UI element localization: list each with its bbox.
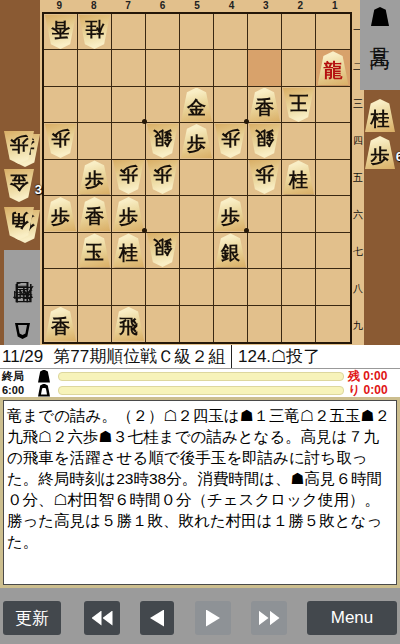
- square-6一[interactable]: [146, 14, 180, 50]
- square-9六[interactable]: 歩: [44, 196, 78, 232]
- file-label-1: 1: [318, 0, 352, 12]
- square-4七[interactable]: 銀: [214, 233, 248, 269]
- piece-glyph: 歩: [119, 207, 138, 226]
- square-2八[interactable]: [282, 269, 316, 305]
- piece-銀: 銀: [147, 124, 178, 158]
- piece-香: 香: [249, 88, 280, 122]
- file-label-7: 7: [111, 0, 145, 12]
- current-move: 124.☖投了: [238, 345, 320, 368]
- hand-count: 6: [396, 149, 400, 164]
- fast-forward-icon: [259, 611, 280, 626]
- gote-time-remaining: り 0:00: [348, 382, 400, 399]
- rank-label-七: 七: [352, 245, 364, 259]
- piece-glyph: 桂: [289, 170, 308, 189]
- square-3五[interactable]: 歩: [248, 160, 282, 196]
- piece-glyph: 歩: [221, 129, 240, 148]
- piece-glyph: 角: [10, 212, 29, 231]
- square-7六[interactable]: 歩: [112, 196, 146, 232]
- square-6九[interactable]: [146, 306, 180, 342]
- piece-glyph: 歩: [51, 129, 70, 148]
- fast-forward-button[interactable]: [251, 601, 287, 635]
- clock-section: 終局 残 0:00 6:00 り 0:00: [0, 369, 400, 397]
- hand-piece-歩: 歩歩: [3, 131, 39, 164]
- piece-glyph: 歩: [85, 170, 104, 189]
- square-5四[interactable]: 歩: [180, 123, 214, 159]
- piece-glyph: 金: [10, 174, 29, 193]
- gote-clock-row: 6:00 り 0:00: [0, 383, 400, 397]
- sente-time-bar: [58, 372, 344, 381]
- piece-glyph: 銀: [221, 243, 240, 262]
- piece-金: 金: [4, 169, 34, 202]
- square-3九[interactable]: [248, 306, 282, 342]
- hand-piece-金: 金3: [3, 169, 39, 202]
- piece-glyph: 香: [255, 98, 274, 117]
- square-1二[interactable]: 龍: [316, 50, 350, 86]
- piece-歩: 歩: [45, 124, 76, 158]
- square-7四[interactable]: [112, 123, 146, 159]
- piece-glyph: 香: [51, 20, 70, 39]
- game-info-left: 11/29 第77期順位戦Ｃ級２組: [0, 345, 232, 368]
- piece-glyph: 銀: [153, 129, 172, 148]
- square-3一[interactable]: [248, 14, 282, 50]
- gote-name-plate: 村田智: [4, 250, 40, 345]
- rank-label-九: 九: [352, 319, 364, 333]
- piece-歩: 歩: [113, 160, 144, 194]
- square-2七[interactable]: [282, 233, 316, 269]
- square-6七[interactable]: 銀: [146, 233, 180, 269]
- piece-桂: 桂: [113, 233, 144, 267]
- piece-歩: 歩: [113, 197, 144, 231]
- shogi-app: 987654321 一二三四五六七八九 香桂龍金香王歩銀歩歩銀歩歩歩歩桂歩香歩歩…: [0, 0, 400, 644]
- game-info-bar: 11/29 第77期順位戦Ｃ級２組 124.☖投了: [0, 345, 400, 369]
- square-4八[interactable]: [214, 269, 248, 305]
- hoshi-dot: [244, 119, 249, 124]
- piece-銀: 銀: [147, 233, 178, 267]
- piece-飛: 飛: [113, 307, 144, 341]
- square-7八[interactable]: [112, 269, 146, 305]
- gote-name: 村田智: [12, 317, 33, 320]
- square-2四[interactable]: [282, 123, 316, 159]
- file-label-6: 6: [145, 0, 179, 12]
- next-button[interactable]: [195, 601, 231, 635]
- gote-clock-label: 6:00: [0, 384, 34, 396]
- square-8四[interactable]: [78, 123, 112, 159]
- shogi-grid: 香桂龍金香王歩銀歩歩銀歩歩歩歩桂歩香歩歩玉桂銀銀香飛: [42, 12, 352, 344]
- game-date: 11/29: [2, 347, 43, 367]
- square-7七[interactable]: 桂: [112, 233, 146, 269]
- square-9三[interactable]: [44, 87, 78, 123]
- square-7九[interactable]: 飛: [112, 306, 146, 342]
- piece-glyph: 桂: [371, 109, 390, 128]
- file-label-5: 5: [180, 0, 214, 12]
- rewind-button[interactable]: [84, 601, 120, 635]
- square-1八[interactable]: [316, 269, 350, 305]
- square-3二[interactable]: [248, 50, 282, 86]
- piece-歩: 歩: [45, 197, 76, 231]
- square-5一[interactable]: [180, 14, 214, 50]
- square-2九[interactable]: [282, 306, 316, 342]
- sente-clock-label: 終局: [0, 369, 34, 384]
- square-6四[interactable]: 銀: [146, 123, 180, 159]
- square-1六[interactable]: [316, 196, 350, 232]
- file-labels: 987654321: [42, 0, 352, 12]
- right-triangle-icon: [270, 611, 280, 626]
- piece-glyph: 銀: [255, 129, 274, 148]
- hoshi-dot: [142, 228, 147, 233]
- piece-glyph: 桂: [85, 20, 104, 39]
- hand-count: 3: [35, 182, 42, 197]
- square-4二[interactable]: [214, 50, 248, 86]
- square-5八[interactable]: [180, 269, 214, 305]
- square-7三[interactable]: [112, 87, 146, 123]
- rank-label-八: 八: [352, 282, 364, 296]
- square-5三[interactable]: 金: [180, 87, 214, 123]
- piece-glyph: 歩: [119, 165, 138, 184]
- piece-glyph: 桂: [119, 243, 138, 262]
- piece-glyph: 香: [85, 207, 104, 226]
- prev-button[interactable]: [140, 601, 174, 635]
- piece-glyph: 歩: [371, 146, 390, 165]
- square-8三[interactable]: [78, 87, 112, 123]
- square-7二[interactable]: [112, 50, 146, 86]
- sente-name: 高見: [370, 30, 391, 32]
- piece-歩: 歩: [215, 197, 246, 231]
- piece-桂: 桂: [365, 99, 395, 132]
- gote-time-bar: [58, 386, 344, 395]
- piece-歩: 歩: [181, 124, 212, 158]
- piece-香: 香: [79, 197, 110, 231]
- piece-銀: 銀: [215, 233, 246, 267]
- piece-glyph: 龍: [324, 61, 343, 80]
- piece-glyph: 歩: [10, 136, 29, 155]
- sente-hand: 桂歩6: [364, 99, 400, 169]
- left-triangle-icon: [150, 610, 164, 627]
- left-triangle-icon: [103, 611, 113, 626]
- menu-button[interactable]: Menu: [307, 601, 397, 635]
- square-7一[interactable]: [112, 14, 146, 50]
- square-9二[interactable]: [44, 50, 78, 86]
- square-4三[interactable]: [214, 87, 248, 123]
- square-1九[interactable]: [316, 306, 350, 342]
- hand-piece-角: 角角: [3, 207, 39, 240]
- right-triangle-icon: [206, 610, 220, 627]
- square-4六[interactable]: 歩: [214, 196, 248, 232]
- left-triangle-icon: [92, 611, 102, 626]
- square-2三[interactable]: 王: [282, 87, 316, 123]
- square-1七[interactable]: [316, 233, 350, 269]
- piece-glyph: 香: [51, 317, 70, 336]
- piece-glyph: 王: [289, 93, 308, 112]
- toolbar: 更新Menu: [0, 588, 400, 644]
- square-5九[interactable]: [180, 306, 214, 342]
- square-5六[interactable]: [180, 196, 214, 232]
- square-3四[interactable]: 銀: [248, 123, 282, 159]
- sente-name-plate: 高見: [360, 0, 400, 90]
- square-8六[interactable]: 香: [78, 196, 112, 232]
- square-2五[interactable]: 桂: [282, 160, 316, 196]
- square-9八[interactable]: [44, 269, 78, 305]
- gote-mark-icon: [15, 323, 30, 339]
- piece-歩: 歩: [147, 160, 178, 194]
- file-label-3: 3: [249, 0, 283, 12]
- square-4一[interactable]: [214, 14, 248, 50]
- board-area: 987654321 一二三四五六七八九 香桂龍金香王歩銀歩歩銀歩歩歩歩桂歩香歩歩…: [0, 0, 400, 345]
- file-label-2: 2: [283, 0, 317, 12]
- square-7五[interactable]: 歩: [112, 160, 146, 196]
- square-9九[interactable]: 香: [44, 306, 78, 342]
- square-3八[interactable]: [248, 269, 282, 305]
- sente-mark-icon: [371, 7, 389, 26]
- piece-桂: 桂: [79, 15, 110, 49]
- square-4九[interactable]: [214, 306, 248, 342]
- rank-label-四: 四: [352, 134, 364, 148]
- piece-香: 香: [45, 15, 76, 49]
- piece-金: 金: [181, 88, 212, 122]
- square-8七[interactable]: 玉: [78, 233, 112, 269]
- piece-glyph: 金: [187, 98, 206, 117]
- piece-glyph: 玉: [85, 243, 104, 262]
- square-3六[interactable]: [248, 196, 282, 232]
- piece-glyph: 歩: [187, 134, 206, 153]
- hoshi-dot: [142, 119, 147, 124]
- square-1四[interactable]: [316, 123, 350, 159]
- piece-王: 王: [283, 88, 314, 122]
- file-label-9: 9: [42, 0, 76, 12]
- square-9四[interactable]: 歩: [44, 123, 78, 159]
- square-2一[interactable]: [282, 14, 316, 50]
- square-9五[interactable]: [44, 160, 78, 196]
- square-8八[interactable]: [78, 269, 112, 305]
- hand-piece-歩: 歩6: [364, 136, 400, 169]
- square-6八[interactable]: [146, 269, 180, 305]
- square-8九[interactable]: [78, 306, 112, 342]
- square-1一[interactable]: [316, 14, 350, 50]
- piece-glyph: 歩: [255, 165, 274, 184]
- square-5五[interactable]: [180, 160, 214, 196]
- file-label-4: 4: [214, 0, 248, 12]
- commentary-section: 竜までの詰み。（２）☖２四玉は☗１三竜☖２五玉☗２九飛☖２六歩☗３七桂までの詰み…: [0, 397, 400, 588]
- square-4五[interactable]: [214, 160, 248, 196]
- square-6五[interactable]: 歩: [146, 160, 180, 196]
- square-6二[interactable]: [146, 50, 180, 86]
- square-9七[interactable]: [44, 233, 78, 269]
- gote-hand: 歩歩金3角角: [2, 131, 40, 240]
- rank-label-五: 五: [352, 171, 364, 185]
- square-1五[interactable]: [316, 160, 350, 196]
- rewind-icon: [92, 611, 113, 626]
- hand-piece-桂: 桂: [364, 99, 400, 132]
- piece-歩: 歩: [249, 160, 280, 194]
- right-triangle-icon: [259, 611, 269, 626]
- square-8二[interactable]: [78, 50, 112, 86]
- hoshi-dot: [244, 228, 249, 233]
- game-event: 第77期順位戦Ｃ級２組: [53, 345, 225, 368]
- square-8一[interactable]: 桂: [78, 14, 112, 50]
- square-3七[interactable]: [248, 233, 282, 269]
- square-3三[interactable]: 香: [248, 87, 282, 123]
- refresh-button[interactable]: 更新: [3, 601, 61, 635]
- piece-桂: 桂: [283, 160, 314, 194]
- square-9一[interactable]: 香: [44, 14, 78, 50]
- piece-玉: 玉: [79, 233, 110, 267]
- square-8五[interactable]: 歩: [78, 160, 112, 196]
- piece-銀: 銀: [249, 124, 280, 158]
- piece-glyph: 歩: [51, 207, 70, 226]
- piece-歩: 歩: [215, 124, 246, 158]
- gote-mark-icon: [38, 384, 50, 397]
- piece-歩: 歩: [365, 136, 395, 169]
- square-4四[interactable]: 歩: [214, 123, 248, 159]
- piece-glyph: 歩: [153, 165, 172, 184]
- square-5二[interactable]: [180, 50, 214, 86]
- commentary-text[interactable]: 竜までの詰み。（２）☖２四玉は☗１三竜☖２五玉☗２九飛☖２六歩☗３七桂までの詰み…: [3, 400, 397, 585]
- sente-clock-row: 終局 残 0:00: [0, 369, 400, 383]
- square-5七[interactable]: [180, 233, 214, 269]
- piece-glyph: 銀: [153, 238, 172, 257]
- square-2二[interactable]: [282, 50, 316, 86]
- square-2六[interactable]: [282, 196, 316, 232]
- file-label-8: 8: [76, 0, 110, 12]
- square-6三[interactable]: [146, 87, 180, 123]
- square-1三[interactable]: [316, 87, 350, 123]
- rank-label-六: 六: [352, 208, 364, 222]
- piece-香: 香: [45, 307, 76, 341]
- piece-glyph: 歩: [221, 207, 240, 226]
- piece-龍: 龍: [318, 51, 349, 85]
- sente-mark-icon: [38, 370, 50, 383]
- rank-label-三: 三: [352, 97, 364, 111]
- piece-歩: 歩: [79, 160, 110, 194]
- piece-glyph: 飛: [119, 317, 138, 336]
- square-6六[interactable]: [146, 196, 180, 232]
